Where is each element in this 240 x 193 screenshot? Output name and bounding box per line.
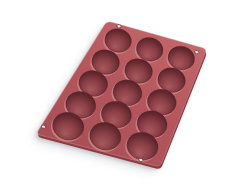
product-photo-canvas: Overhead product photo of a red terracot… (0, 0, 240, 193)
mold-photo (0, 0, 240, 193)
